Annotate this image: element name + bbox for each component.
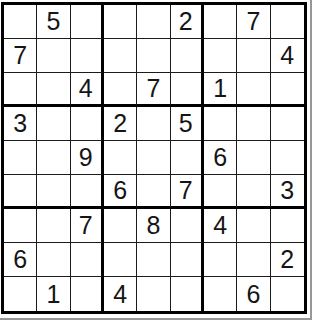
cell-r1c8[interactable]: 7 (237, 5, 270, 39)
cell-r5c8[interactable] (237, 141, 270, 175)
cell-r4c5[interactable] (137, 107, 170, 141)
cell-r8c4[interactable] (104, 243, 137, 277)
cell-r2c5[interactable] (137, 39, 170, 73)
cell-r1c5[interactable] (137, 5, 170, 39)
cell-r6c7[interactable] (204, 175, 237, 209)
sudoku-page: 527744713259667378462146 (0, 0, 312, 320)
cell-r9c7[interactable] (204, 277, 237, 311)
cell-r6c9[interactable]: 3 (271, 175, 304, 209)
cell-r4c9[interactable] (271, 107, 304, 141)
cell-r6c2[interactable] (37, 175, 70, 209)
cell-r6c4[interactable]: 6 (104, 175, 137, 209)
cell-r5c5[interactable] (137, 141, 170, 175)
cell-r3c3[interactable]: 4 (71, 73, 104, 107)
cell-r2c4[interactable] (104, 39, 137, 73)
cell-r5c7[interactable]: 6 (204, 141, 237, 175)
cell-r8c6[interactable] (171, 243, 204, 277)
cell-r4c7[interactable] (204, 107, 237, 141)
cell-r1c9[interactable] (271, 5, 304, 39)
cell-r1c4[interactable] (104, 5, 137, 39)
cell-r2c8[interactable] (237, 39, 270, 73)
cell-r1c3[interactable] (71, 5, 104, 39)
cell-r3c6[interactable] (171, 73, 204, 107)
cell-r9c6[interactable] (171, 277, 204, 311)
sudoku-board: 527744713259667378462146 (1, 2, 307, 314)
cell-r9c9[interactable] (271, 277, 304, 311)
cell-r3c7[interactable]: 1 (204, 73, 237, 107)
cell-r3c2[interactable] (37, 73, 70, 107)
cell-r8c5[interactable] (137, 243, 170, 277)
cell-r5c4[interactable] (104, 141, 137, 175)
cell-r4c2[interactable] (37, 107, 70, 141)
cell-r4c3[interactable] (71, 107, 104, 141)
cell-r4c1[interactable]: 3 (4, 107, 37, 141)
cell-r7c4[interactable] (104, 209, 137, 243)
cell-r5c2[interactable] (37, 141, 70, 175)
cell-r3c4[interactable] (104, 73, 137, 107)
cell-r7c6[interactable] (171, 209, 204, 243)
cell-r6c1[interactable] (4, 175, 37, 209)
cell-r3c1[interactable] (4, 73, 37, 107)
cell-r4c8[interactable] (237, 107, 270, 141)
cell-r7c5[interactable]: 8 (137, 209, 170, 243)
cell-r7c7[interactable]: 4 (204, 209, 237, 243)
cell-r4c6[interactable]: 5 (171, 107, 204, 141)
cell-r3c9[interactable] (271, 73, 304, 107)
cell-r8c2[interactable] (37, 243, 70, 277)
cell-r8c8[interactable] (237, 243, 270, 277)
cell-r7c3[interactable]: 7 (71, 209, 104, 243)
cell-r2c7[interactable] (204, 39, 237, 73)
cell-r2c3[interactable] (71, 39, 104, 73)
cell-r3c8[interactable] (237, 73, 270, 107)
cell-r4c4[interactable]: 2 (104, 107, 137, 141)
cell-r7c1[interactable] (4, 209, 37, 243)
cell-r1c7[interactable] (204, 5, 237, 39)
cell-r5c6[interactable] (171, 141, 204, 175)
cell-r7c8[interactable] (237, 209, 270, 243)
cell-r8c9[interactable]: 2 (271, 243, 304, 277)
cell-r5c3[interactable]: 9 (71, 141, 104, 175)
cell-r5c1[interactable] (4, 141, 37, 175)
cell-r6c5[interactable] (137, 175, 170, 209)
cell-r6c6[interactable]: 7 (171, 175, 204, 209)
cell-r2c1[interactable]: 7 (4, 39, 37, 73)
cell-r7c2[interactable] (37, 209, 70, 243)
cell-r1c1[interactable] (4, 5, 37, 39)
cell-r6c8[interactable] (237, 175, 270, 209)
cell-r9c8[interactable]: 6 (237, 277, 270, 311)
cell-r9c2[interactable]: 1 (37, 277, 70, 311)
cell-r2c6[interactable] (171, 39, 204, 73)
cell-r9c1[interactable] (4, 277, 37, 311)
cell-r7c9[interactable] (271, 209, 304, 243)
cell-r8c1[interactable]: 6 (4, 243, 37, 277)
cell-r5c9[interactable] (271, 141, 304, 175)
cell-r2c2[interactable] (37, 39, 70, 73)
cell-r9c4[interactable]: 4 (104, 277, 137, 311)
cell-r8c3[interactable] (71, 243, 104, 277)
cell-r1c6[interactable]: 2 (171, 5, 204, 39)
cell-r6c3[interactable] (71, 175, 104, 209)
cell-r3c5[interactable]: 7 (137, 73, 170, 107)
cell-r9c3[interactable] (71, 277, 104, 311)
cell-r1c2[interactable]: 5 (37, 5, 70, 39)
cell-r9c5[interactable] (137, 277, 170, 311)
cell-r8c7[interactable] (204, 243, 237, 277)
cell-r2c9[interactable]: 4 (271, 39, 304, 73)
